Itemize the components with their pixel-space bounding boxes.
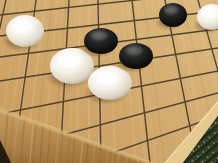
go-board [0,0,218,163]
photo-vignette [0,0,218,163]
go-board-photo [0,0,218,163]
